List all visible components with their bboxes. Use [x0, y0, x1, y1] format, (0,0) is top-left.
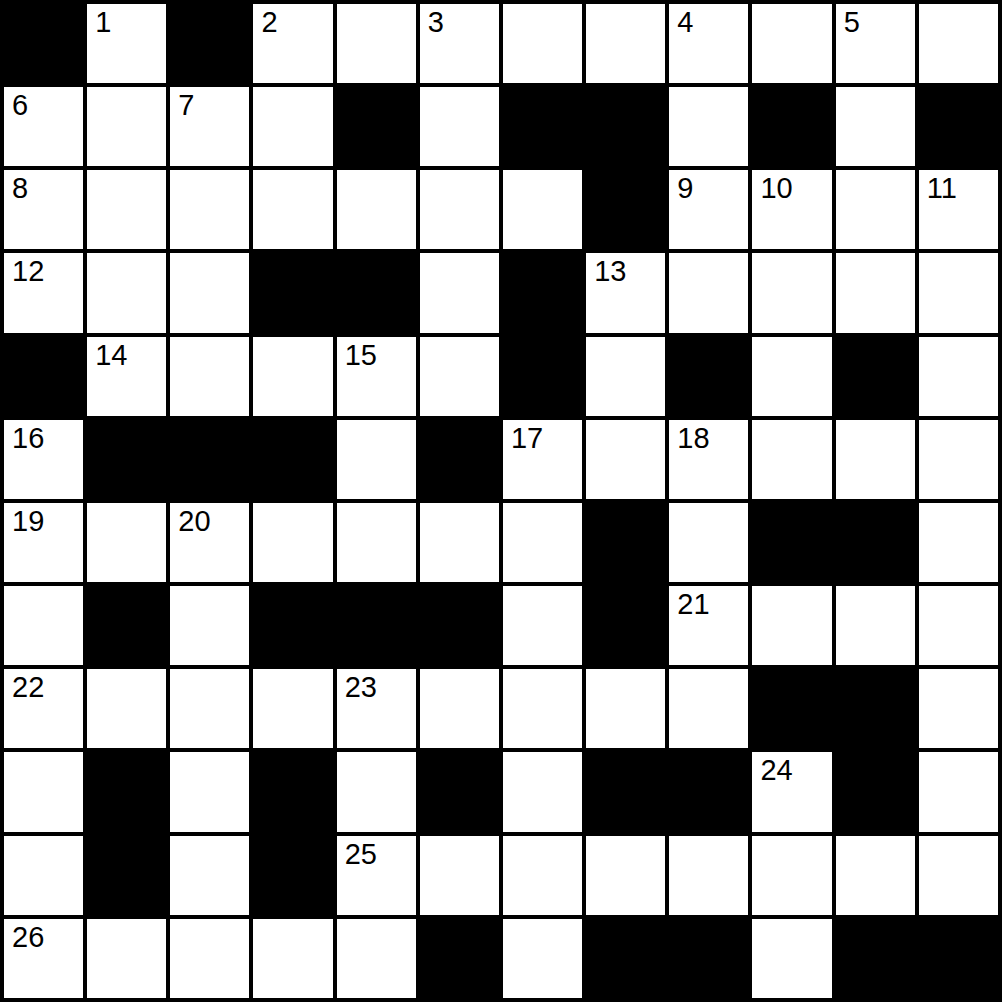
- white-cell-r5c10[interactable]: [836, 420, 915, 499]
- white-cell-r2c6[interactable]: [503, 170, 582, 249]
- black-cell-r11c11: [919, 919, 998, 998]
- white-cell-r7c9[interactable]: [752, 586, 831, 665]
- black-cell-r1c7: [586, 87, 665, 166]
- black-cell-r4c8: [669, 337, 748, 416]
- white-cell-r2c10[interactable]: [836, 170, 915, 249]
- clue-number-19: 19: [12, 506, 44, 538]
- clue-number-21: 21: [677, 589, 709, 621]
- white-cell-r10c9[interactable]: [752, 836, 831, 915]
- clue-number-6: 6: [12, 90, 28, 122]
- white-cell-r0c6[interactable]: [503, 4, 582, 83]
- white-cell-r6c2[interactable]: 20: [170, 503, 249, 582]
- black-cell-r2c7: [586, 170, 665, 249]
- black-cell-r9c7: [586, 752, 665, 831]
- white-cell-r10c4[interactable]: 25: [337, 836, 416, 915]
- black-cell-r5c3: [253, 420, 332, 499]
- white-cell-r0c4[interactable]: [337, 4, 416, 83]
- black-cell-r3c4: [337, 253, 416, 332]
- white-cell-r1c3[interactable]: [253, 87, 332, 166]
- white-cell-r8c0[interactable]: 22: [4, 669, 83, 748]
- white-cell-r3c5[interactable]: [420, 253, 499, 332]
- white-cell-r6c6[interactable]: [503, 503, 582, 582]
- clue-number-24: 24: [760, 755, 792, 787]
- white-cell-r8c7[interactable]: [586, 669, 665, 748]
- white-cell-r11c1[interactable]: [87, 919, 166, 998]
- black-cell-r0c0: [4, 4, 83, 83]
- white-cell-r6c11[interactable]: [919, 503, 998, 582]
- white-cell-r6c8[interactable]: [669, 503, 748, 582]
- white-cell-r2c5[interactable]: [420, 170, 499, 249]
- black-cell-r1c11: [919, 87, 998, 166]
- white-cell-r1c5[interactable]: [420, 87, 499, 166]
- black-cell-r9c3: [253, 752, 332, 831]
- clue-number-4: 4: [677, 7, 693, 39]
- white-cell-r11c0[interactable]: 26: [4, 919, 83, 998]
- white-cell-r10c7[interactable]: [586, 836, 665, 915]
- clue-number-15: 15: [345, 340, 377, 372]
- white-cell-r10c10[interactable]: [836, 836, 915, 915]
- white-cell-r4c1[interactable]: 14: [87, 337, 166, 416]
- white-cell-r0c3[interactable]: 2: [253, 4, 332, 83]
- white-cell-r11c9[interactable]: [752, 919, 831, 998]
- clue-number-26: 26: [12, 922, 44, 954]
- white-cell-r1c2[interactable]: 7: [170, 87, 249, 166]
- black-cell-r0c2: [170, 4, 249, 83]
- white-cell-r10c5[interactable]: [420, 836, 499, 915]
- black-cell-r1c6: [503, 87, 582, 166]
- white-cell-r11c4[interactable]: [337, 919, 416, 998]
- white-cell-r9c6[interactable]: [503, 752, 582, 831]
- white-cell-r4c9[interactable]: [752, 337, 831, 416]
- white-cell-r8c3[interactable]: [253, 669, 332, 748]
- black-cell-r7c4: [337, 586, 416, 665]
- black-cell-r6c9: [752, 503, 831, 582]
- white-cell-r5c8[interactable]: 18: [669, 420, 748, 499]
- white-cell-r8c8[interactable]: [669, 669, 748, 748]
- white-cell-r2c0[interactable]: 8: [4, 170, 83, 249]
- clue-number-17: 17: [511, 423, 543, 455]
- white-cell-r3c7[interactable]: 13: [586, 253, 665, 332]
- white-cell-r6c3[interactable]: [253, 503, 332, 582]
- crossword-grid: 1234567891011121314151617181920212223242…: [0, 0, 1002, 1002]
- white-cell-r3c2[interactable]: [170, 253, 249, 332]
- black-cell-r7c3: [253, 586, 332, 665]
- white-cell-r3c1[interactable]: [87, 253, 166, 332]
- clue-number-3: 3: [428, 7, 444, 39]
- white-cell-r8c5[interactable]: [420, 669, 499, 748]
- white-cell-r2c8[interactable]: 9: [669, 170, 748, 249]
- white-cell-r2c2[interactable]: [170, 170, 249, 249]
- white-cell-r4c4[interactable]: 15: [337, 337, 416, 416]
- white-cell-r9c11[interactable]: [919, 752, 998, 831]
- white-cell-r1c1[interactable]: [87, 87, 166, 166]
- clue-number-8: 8: [12, 173, 28, 205]
- clue-number-5: 5: [844, 7, 860, 39]
- black-cell-r4c10: [836, 337, 915, 416]
- white-cell-r3c8[interactable]: [669, 253, 748, 332]
- white-cell-r5c11[interactable]: [919, 420, 998, 499]
- white-cell-r3c9[interactable]: [752, 253, 831, 332]
- black-cell-r9c5: [420, 752, 499, 831]
- black-cell-r3c6: [503, 253, 582, 332]
- black-cell-r9c8: [669, 752, 748, 831]
- black-cell-r11c7: [586, 919, 665, 998]
- white-cell-r9c9[interactable]: 24: [752, 752, 831, 831]
- white-cell-r8c1[interactable]: [87, 669, 166, 748]
- white-cell-r4c5[interactable]: [420, 337, 499, 416]
- clue-number-7: 7: [178, 90, 194, 122]
- white-cell-r9c2[interactable]: [170, 752, 249, 831]
- clue-number-11: 11: [927, 173, 957, 205]
- white-cell-r1c10[interactable]: [836, 87, 915, 166]
- white-cell-r11c3[interactable]: [253, 919, 332, 998]
- white-cell-r7c2[interactable]: [170, 586, 249, 665]
- clue-number-12: 12: [12, 256, 44, 288]
- clue-number-2: 2: [261, 7, 277, 39]
- black-cell-r1c4: [337, 87, 416, 166]
- clue-number-18: 18: [677, 423, 709, 455]
- clue-number-25: 25: [345, 839, 377, 871]
- clue-number-23: 23: [345, 672, 377, 704]
- white-cell-r5c0[interactable]: 16: [4, 420, 83, 499]
- white-cell-r6c5[interactable]: [420, 503, 499, 582]
- white-cell-r0c11[interactable]: [919, 4, 998, 83]
- white-cell-r11c6[interactable]: [503, 919, 582, 998]
- white-cell-r4c11[interactable]: [919, 337, 998, 416]
- white-cell-r2c9[interactable]: 10: [752, 170, 831, 249]
- white-cell-r0c10[interactable]: 5: [836, 4, 915, 83]
- black-cell-r7c1: [87, 586, 166, 665]
- clue-number-20: 20: [178, 506, 210, 538]
- white-cell-r0c8[interactable]: 4: [669, 4, 748, 83]
- white-cell-r9c0[interactable]: [4, 752, 83, 831]
- black-cell-r6c10: [836, 503, 915, 582]
- white-cell-r8c11[interactable]: [919, 669, 998, 748]
- black-cell-r3c3: [253, 253, 332, 332]
- white-cell-r7c0[interactable]: [4, 586, 83, 665]
- white-cell-r0c7[interactable]: [586, 4, 665, 83]
- white-cell-r2c11[interactable]: 11: [919, 170, 998, 249]
- white-cell-r4c7[interactable]: [586, 337, 665, 416]
- white-cell-r11c2[interactable]: [170, 919, 249, 998]
- white-cell-r10c11[interactable]: [919, 836, 998, 915]
- white-cell-r2c1[interactable]: [87, 170, 166, 249]
- clue-number-22: 22: [12, 672, 44, 704]
- white-cell-r3c0[interactable]: 12: [4, 253, 83, 332]
- white-cell-r8c2[interactable]: [170, 669, 249, 748]
- white-cell-r0c1[interactable]: 1: [87, 4, 166, 83]
- white-cell-r10c6[interactable]: [503, 836, 582, 915]
- white-cell-r4c2[interactable]: [170, 337, 249, 416]
- black-cell-r8c9: [752, 669, 831, 748]
- black-cell-r11c10: [836, 919, 915, 998]
- black-cell-r9c1: [87, 752, 166, 831]
- white-cell-r6c0[interactable]: 19: [4, 503, 83, 582]
- white-cell-r8c6[interactable]: [503, 669, 582, 748]
- black-cell-r9c10: [836, 752, 915, 831]
- black-cell-r10c3: [253, 836, 332, 915]
- clue-number-13: 13: [594, 256, 626, 288]
- white-cell-r1c0[interactable]: 6: [4, 87, 83, 166]
- black-cell-r7c5: [420, 586, 499, 665]
- white-cell-r7c11[interactable]: [919, 586, 998, 665]
- white-cell-r3c10[interactable]: [836, 253, 915, 332]
- white-cell-r2c3[interactable]: [253, 170, 332, 249]
- clue-number-14: 14: [95, 340, 127, 372]
- white-cell-r0c9[interactable]: [752, 4, 831, 83]
- white-cell-r5c4[interactable]: [337, 420, 416, 499]
- clue-number-10: 10: [760, 173, 792, 205]
- black-cell-r7c7: [586, 586, 665, 665]
- white-cell-r6c1[interactable]: [87, 503, 166, 582]
- white-cell-r4c3[interactable]: [253, 337, 332, 416]
- black-cell-r1c9: [752, 87, 831, 166]
- black-cell-r11c8: [669, 919, 748, 998]
- white-cell-r9c4[interactable]: [337, 752, 416, 831]
- black-cell-r5c2: [170, 420, 249, 499]
- white-cell-r1c8[interactable]: [669, 87, 748, 166]
- white-cell-r8c4[interactable]: 23: [337, 669, 416, 748]
- white-cell-r10c8[interactable]: [669, 836, 748, 915]
- white-cell-r5c9[interactable]: [752, 420, 831, 499]
- white-cell-r2c4[interactable]: [337, 170, 416, 249]
- black-cell-r4c6: [503, 337, 582, 416]
- white-cell-r5c6[interactable]: 17: [503, 420, 582, 499]
- white-cell-r7c8[interactable]: 21: [669, 586, 748, 665]
- clue-number-1: 1: [95, 7, 111, 39]
- white-cell-r5c7[interactable]: [586, 420, 665, 499]
- white-cell-r3c11[interactable]: [919, 253, 998, 332]
- black-cell-r10c1: [87, 836, 166, 915]
- white-cell-r6c4[interactable]: [337, 503, 416, 582]
- black-cell-r5c5: [420, 420, 499, 499]
- clue-number-16: 16: [12, 423, 44, 455]
- white-cell-r10c0[interactable]: [4, 836, 83, 915]
- white-cell-r7c10[interactable]: [836, 586, 915, 665]
- clue-number-9: 9: [677, 173, 693, 205]
- black-cell-r11c5: [420, 919, 499, 998]
- white-cell-r0c5[interactable]: 3: [420, 4, 499, 83]
- black-cell-r6c7: [586, 503, 665, 582]
- black-cell-r8c10: [836, 669, 915, 748]
- white-cell-r7c6[interactable]: [503, 586, 582, 665]
- black-cell-r4c0: [4, 337, 83, 416]
- black-cell-r5c1: [87, 420, 166, 499]
- white-cell-r10c2[interactable]: [170, 836, 249, 915]
